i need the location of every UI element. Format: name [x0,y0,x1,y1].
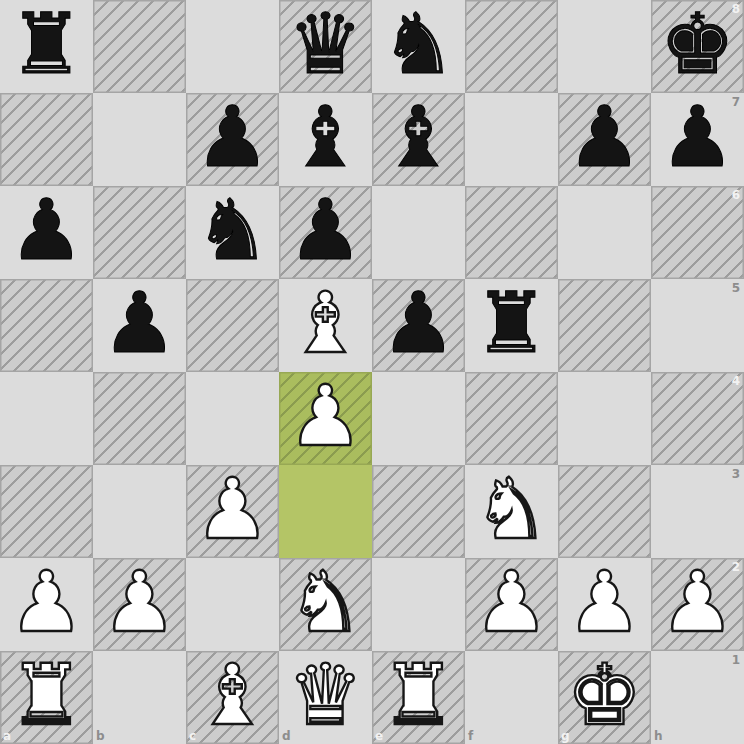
square-g2[interactable]: ♟ [558,558,651,651]
white-pawn[interactable]: ♟ [474,558,549,649]
black-pawn[interactable]: ♟ [9,186,84,277]
square-f2[interactable]: ♟ [465,558,558,651]
square-h2[interactable]: ♟2 [651,558,744,651]
square-d4[interactable]: ♟ [279,372,372,465]
square-e8[interactable]: ♞ [372,0,465,93]
square-h1[interactable]: 1h [651,651,744,744]
square-e2[interactable] [372,558,465,651]
square-c4[interactable] [186,372,279,465]
white-king[interactable]: ♚ [567,651,642,742]
chess-board: ♜♛♞♚8♟♝♝♟♟7♟♞♟6♟♝♟♜5♟4♟♞3♟♟♞♟♟♟2♜ab♝c♛d♜… [0,0,744,744]
rank-label-1: 1 [732,653,740,667]
rank-label-5: 5 [732,281,740,295]
square-b7[interactable] [93,93,186,186]
black-bishop[interactable]: ♝ [381,93,456,184]
white-pawn[interactable]: ♟ [660,558,735,649]
black-pawn[interactable]: ♟ [381,279,456,370]
square-a1[interactable]: ♜a [0,651,93,744]
white-queen[interactable]: ♛ [288,651,363,742]
square-f4[interactable] [465,372,558,465]
square-c1[interactable]: ♝c [186,651,279,744]
square-h7[interactable]: ♟7 [651,93,744,186]
square-b1[interactable]: b [93,651,186,744]
white-knight[interactable]: ♞ [474,465,549,556]
square-g3[interactable] [558,465,651,558]
black-pawn[interactable]: ♟ [102,279,177,370]
square-f1[interactable]: f [465,651,558,744]
white-rook[interactable]: ♜ [9,651,84,742]
square-f6[interactable] [465,186,558,279]
square-f8[interactable] [465,0,558,93]
square-g5[interactable] [558,279,651,372]
black-knight[interactable]: ♞ [381,0,456,91]
white-pawn[interactable]: ♟ [195,465,270,556]
square-c8[interactable] [186,0,279,93]
square-a7[interactable] [0,93,93,186]
square-a6[interactable]: ♟ [0,186,93,279]
black-knight[interactable]: ♞ [195,186,270,277]
square-a2[interactable]: ♟ [0,558,93,651]
square-b2[interactable]: ♟ [93,558,186,651]
square-d3[interactable] [279,465,372,558]
square-d5[interactable]: ♝ [279,279,372,372]
black-rook[interactable]: ♜ [9,0,84,91]
rank-label-4: 4 [732,374,740,388]
square-f5[interactable]: ♜ [465,279,558,372]
file-label-f: f [468,729,473,743]
square-g1[interactable]: ♚g [558,651,651,744]
rank-label-3: 3 [732,467,740,481]
square-e7[interactable]: ♝ [372,93,465,186]
file-label-h: h [654,729,663,743]
square-d8[interactable]: ♛ [279,0,372,93]
white-pawn[interactable]: ♟ [9,558,84,649]
black-pawn[interactable]: ♟ [567,93,642,184]
black-pawn[interactable]: ♟ [195,93,270,184]
square-c5[interactable] [186,279,279,372]
square-h4[interactable]: 4 [651,372,744,465]
white-pawn[interactable]: ♟ [288,372,363,463]
square-e5[interactable]: ♟ [372,279,465,372]
square-d6[interactable]: ♟ [279,186,372,279]
square-g7[interactable]: ♟ [558,93,651,186]
square-d1[interactable]: ♛d [279,651,372,744]
square-d7[interactable]: ♝ [279,93,372,186]
square-e3[interactable] [372,465,465,558]
file-label-b: b [96,729,105,743]
square-h8[interactable]: ♚8 [651,0,744,93]
white-knight[interactable]: ♞ [288,558,363,649]
rank-label-6: 6 [732,188,740,202]
square-e1[interactable]: ♜e [372,651,465,744]
black-king[interactable]: ♚ [660,0,735,91]
square-a8[interactable]: ♜ [0,0,93,93]
square-f7[interactable] [465,93,558,186]
square-f3[interactable]: ♞ [465,465,558,558]
square-e6[interactable] [372,186,465,279]
black-rook[interactable]: ♜ [474,279,549,370]
white-pawn[interactable]: ♟ [567,558,642,649]
square-d2[interactable]: ♞ [279,558,372,651]
white-pawn[interactable]: ♟ [102,558,177,649]
square-b3[interactable] [93,465,186,558]
square-g8[interactable] [558,0,651,93]
square-h6[interactable]: 6 [651,186,744,279]
square-b4[interactable] [93,372,186,465]
square-b6[interactable] [93,186,186,279]
square-c2[interactable] [186,558,279,651]
square-a5[interactable] [0,279,93,372]
square-h5[interactable]: 5 [651,279,744,372]
white-bishop[interactable]: ♝ [288,279,363,370]
black-bishop[interactable]: ♝ [288,93,363,184]
square-g6[interactable] [558,186,651,279]
white-bishop[interactable]: ♝ [195,651,270,742]
square-b5[interactable]: ♟ [93,279,186,372]
black-pawn[interactable]: ♟ [660,93,735,184]
square-a4[interactable] [0,372,93,465]
square-c7[interactable]: ♟ [186,93,279,186]
white-rook[interactable]: ♜ [381,651,456,742]
square-b8[interactable] [93,0,186,93]
square-g4[interactable] [558,372,651,465]
square-a3[interactable] [0,465,93,558]
black-queen[interactable]: ♛ [288,0,363,91]
square-c3[interactable]: ♟ [186,465,279,558]
square-c6[interactable]: ♞ [186,186,279,279]
square-h3[interactable]: 3 [651,465,744,558]
black-pawn[interactable]: ♟ [288,186,363,277]
square-e4[interactable] [372,372,465,465]
